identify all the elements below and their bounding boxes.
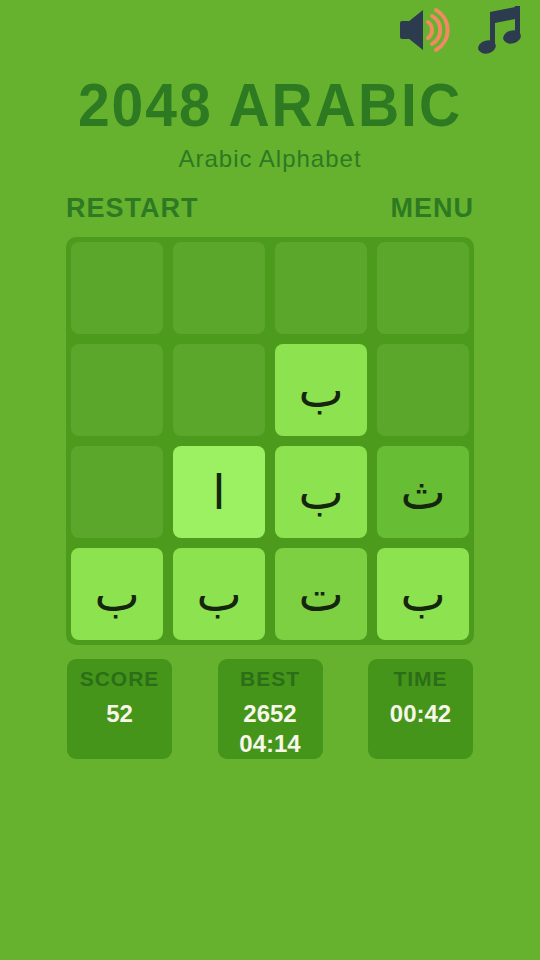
- topbar: [398, 8, 526, 58]
- board-cell-r3c1: ب: [173, 548, 265, 640]
- best-value: 265204:14: [218, 699, 323, 759]
- board-cell-r0c1: [173, 242, 265, 334]
- sound-toggle-button[interactable]: [398, 8, 450, 58]
- board-cell-r2c3: ث: [377, 446, 469, 538]
- board-cell-r2c1: ا: [173, 446, 265, 538]
- board-cell-r3c0: ب: [71, 548, 163, 640]
- music-toggle-button[interactable]: [474, 8, 526, 58]
- stats-row: SCORE 52 BEST 265204:14 TIME 00:42: [67, 659, 473, 759]
- board-cell-r1c3: [377, 344, 469, 436]
- menu-button[interactable]: MENU: [391, 193, 475, 224]
- game-screen: 2048 ARABIC Arabic Alphabet RESTART MENU…: [0, 0, 540, 960]
- board-cell-r1c1: [173, 344, 265, 436]
- music-note-icon: [476, 6, 524, 60]
- best-score: 2652: [243, 700, 296, 727]
- best-time: 04:14: [218, 729, 323, 759]
- board-cell-r2c0: [71, 446, 163, 538]
- app-title: 2048 ARABIC: [0, 74, 540, 136]
- controls-row: RESTART MENU: [66, 193, 474, 224]
- app-subtitle: Arabic Alphabet: [0, 145, 540, 173]
- board-cell-r1c2: ب: [275, 344, 367, 436]
- board-cell-r2c2: ب: [275, 446, 367, 538]
- board-cell-r3c2: ت: [275, 548, 367, 640]
- time-panel: TIME 00:42: [368, 659, 473, 759]
- score-value: 52: [67, 699, 172, 729]
- time-value: 00:42: [368, 699, 473, 729]
- board-cell-r0c2: [275, 242, 367, 334]
- score-panel: SCORE 52: [67, 659, 172, 759]
- time-label: TIME: [368, 667, 473, 691]
- board-cell-r0c3: [377, 242, 469, 334]
- score-label: SCORE: [67, 667, 172, 691]
- speaker-volume-icon: [398, 6, 450, 60]
- restart-button[interactable]: RESTART: [66, 193, 199, 224]
- board-cell-r1c0: [71, 344, 163, 436]
- board-cell-r0c0: [71, 242, 163, 334]
- best-label: BEST: [218, 667, 323, 691]
- board-cell-r3c3: ب: [377, 548, 469, 640]
- game-board[interactable]: ب ا ب ث ب ب ت ب: [66, 237, 474, 645]
- best-panel: BEST 265204:14: [218, 659, 323, 759]
